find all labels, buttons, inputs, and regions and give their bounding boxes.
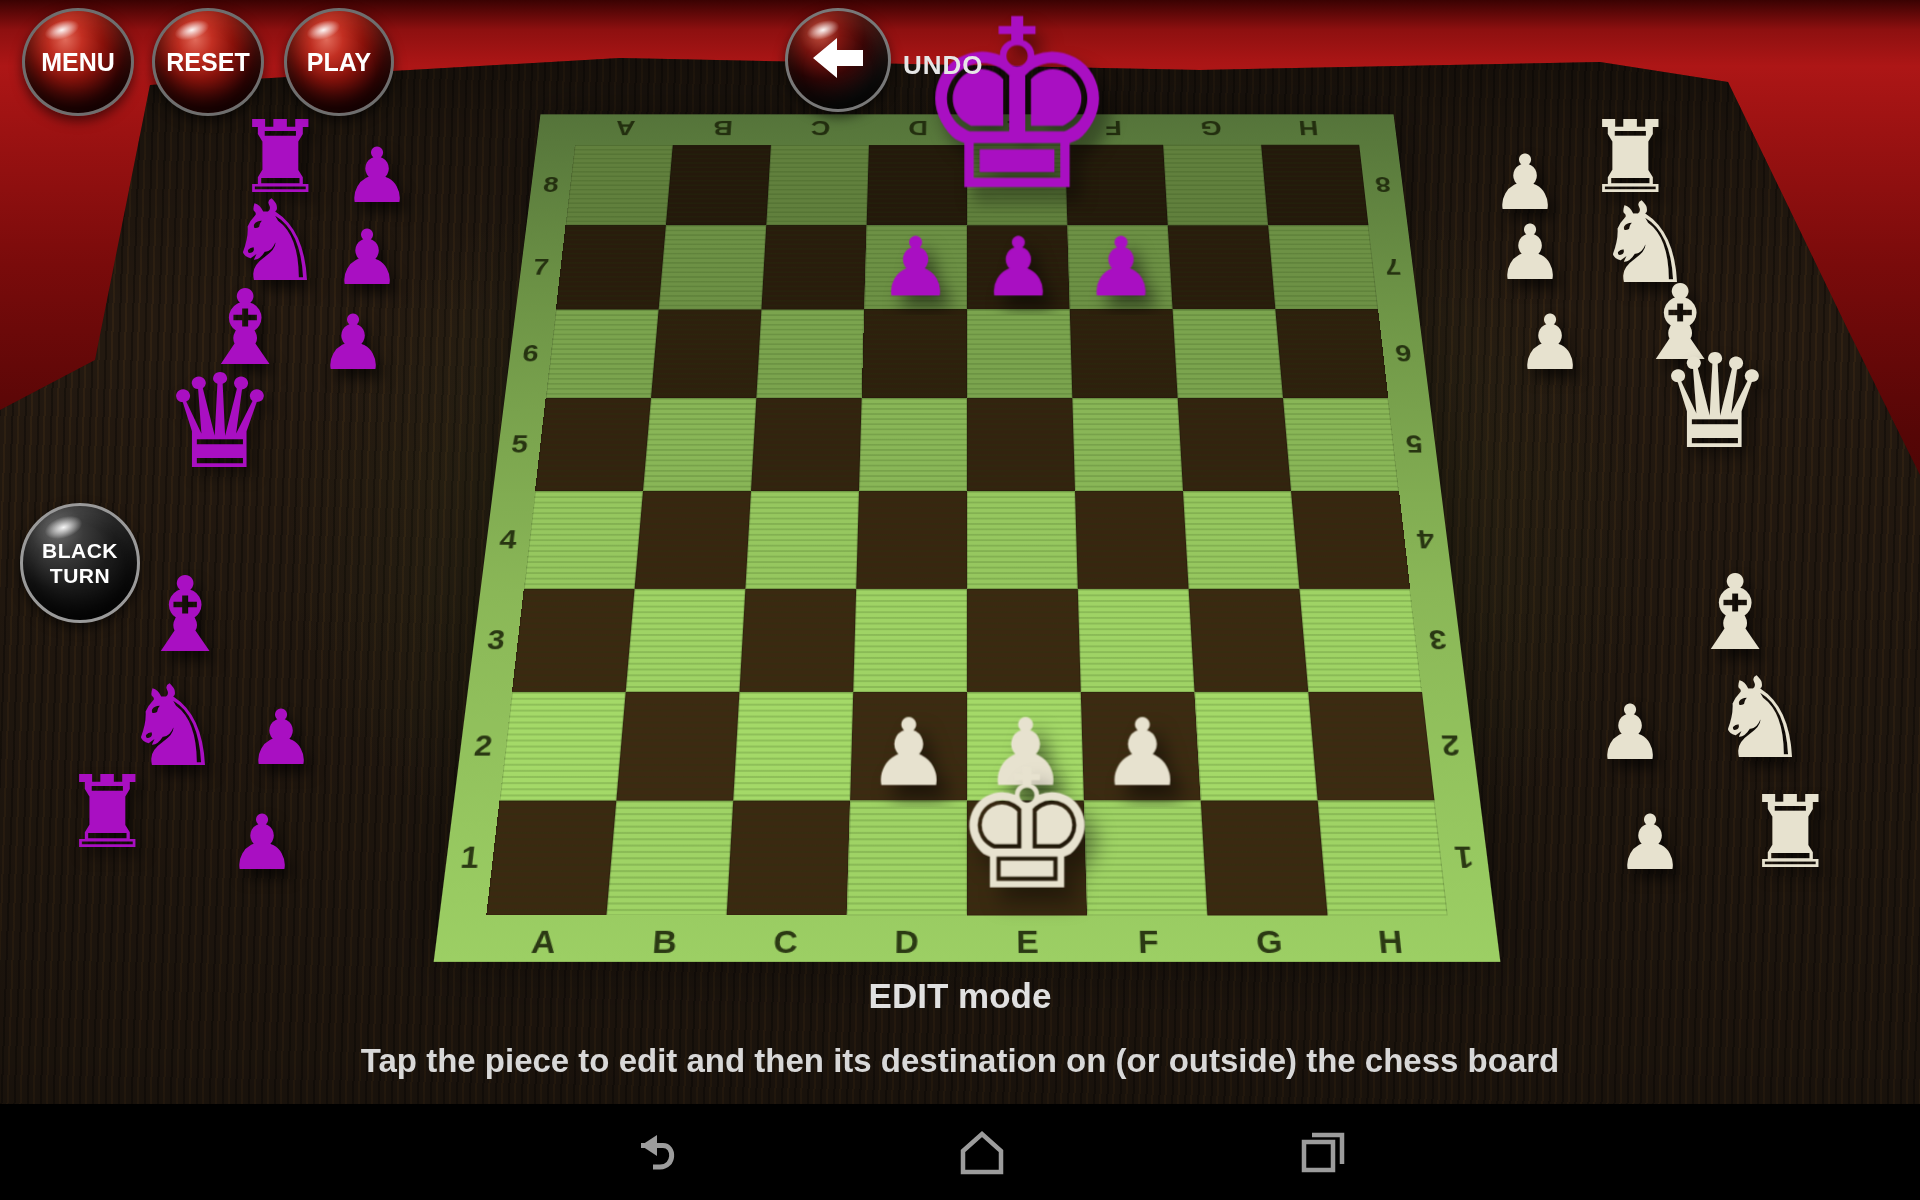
square-a3[interactable]: [512, 589, 635, 692]
square-b6[interactable]: [651, 309, 761, 398]
square-g6[interactable]: [1173, 309, 1283, 398]
file-label: H: [1259, 116, 1359, 141]
file-labels-bottom: ABCDEFGH: [481, 923, 1453, 961]
square-g5[interactable]: [1178, 398, 1291, 491]
square-e4[interactable]: [967, 491, 1078, 589]
square-h6[interactable]: [1275, 309, 1388, 398]
square-a6[interactable]: [546, 309, 659, 398]
square-b2[interactable]: [616, 692, 739, 801]
recents-button[interactable]: [1287, 1128, 1359, 1182]
square-h2[interactable]: [1308, 692, 1434, 801]
square-h1[interactable]: [1318, 801, 1448, 916]
square-c7[interactable]: [761, 225, 866, 309]
square-e8[interactable]: ♚: [967, 145, 1067, 225]
square-b7[interactable]: [659, 225, 767, 309]
square-f5[interactable]: [1072, 398, 1183, 491]
white-king-e1[interactable]: ♚: [953, 749, 1101, 914]
file-label: C: [724, 923, 847, 961]
square-c1[interactable]: [727, 801, 850, 916]
square-g7[interactable]: [1168, 225, 1276, 309]
square-f1[interactable]: [1084, 801, 1207, 916]
file-label: C: [771, 116, 870, 141]
turn-indicator-line1: BLACK: [42, 538, 118, 563]
square-b4[interactable]: [635, 491, 751, 589]
square-c2[interactable]: [733, 692, 853, 801]
board-grid: ♚♟♟♟♟♟♟♚: [486, 145, 1448, 916]
square-e7[interactable]: ♟: [967, 225, 1070, 309]
square-e1[interactable]: ♚: [967, 801, 1087, 916]
square-c4[interactable]: [745, 491, 859, 589]
back-button[interactable]: [619, 1128, 691, 1182]
menu-button-label: MENU: [41, 48, 115, 77]
edit-mode-instruction: Tap the piece to edit and then its desti…: [0, 1042, 1920, 1080]
rank-label: 6: [1380, 309, 1427, 398]
undo-button-label: UNDO: [903, 50, 984, 81]
play-button[interactable]: PLAY: [284, 8, 394, 116]
square-e5[interactable]: [967, 398, 1075, 491]
square-f4[interactable]: [1075, 491, 1189, 589]
home-icon: [955, 1128, 1009, 1182]
square-d1[interactable]: [847, 801, 967, 916]
recents-icon: [1298, 1130, 1348, 1180]
file-label: A: [575, 116, 675, 141]
square-d5[interactable]: [859, 398, 967, 491]
square-a2[interactable]: [499, 692, 625, 801]
square-g8[interactable]: [1163, 145, 1268, 225]
file-label: D: [846, 923, 967, 961]
board-scene: ♚♟♟♟♟♟♟♚ ABCDEFGH ABCDEFGH 87654321 8765…: [493, 17, 1441, 965]
white-pawn-d2[interactable]: ♟: [867, 706, 950, 799]
square-d4[interactable]: [856, 491, 967, 589]
square-a5[interactable]: [535, 398, 651, 491]
square-d3[interactable]: [853, 589, 967, 692]
file-label: A: [481, 923, 606, 961]
black-pawn-d7[interactable]: ♟: [879, 226, 952, 308]
play-button-label: PLAY: [307, 48, 371, 77]
file-label: E: [967, 923, 1088, 961]
square-c3[interactable]: [739, 589, 856, 692]
square-a8[interactable]: [566, 145, 673, 225]
square-b5[interactable]: [643, 398, 756, 491]
android-navbar: [0, 1104, 1920, 1200]
turn-indicator-line2: TURN: [50, 563, 110, 588]
square-d6[interactable]: [862, 309, 967, 398]
square-a1[interactable]: [486, 801, 616, 916]
square-e6[interactable]: [967, 309, 1072, 398]
square-b3[interactable]: [626, 589, 746, 692]
file-label: G: [1208, 923, 1332, 961]
file-label: B: [673, 116, 772, 141]
black-pawn-f7[interactable]: ♟: [1084, 226, 1157, 308]
rank-label: 5: [1390, 398, 1439, 491]
reset-button[interactable]: RESET: [152, 8, 264, 116]
reset-button-label: RESET: [166, 48, 249, 77]
chess-board: ♚♟♟♟♟♟♟♚ ABCDEFGH ABCDEFGH 87654321 8765…: [434, 114, 1501, 962]
square-c8[interactable]: [766, 145, 869, 225]
menu-button[interactable]: MENU: [22, 8, 134, 116]
app-screen: ♚♟♟♟♟♟♟♚ ABCDEFGH ABCDEFGH 87654321 8765…: [0, 0, 1920, 1200]
square-f6[interactable]: [1070, 309, 1178, 398]
square-h3[interactable]: [1299, 589, 1422, 692]
undo-button[interactable]: [785, 8, 891, 112]
square-g3[interactable]: [1189, 589, 1309, 692]
back-icon: [629, 1131, 681, 1179]
square-c6[interactable]: [756, 309, 864, 398]
square-d7[interactable]: ♟: [864, 225, 967, 309]
square-g1[interactable]: [1201, 801, 1328, 916]
rank-label: 7: [1370, 225, 1416, 309]
turn-indicator[interactable]: BLACK TURN: [20, 503, 140, 623]
square-c5[interactable]: [751, 398, 862, 491]
home-button[interactable]: [946, 1128, 1018, 1182]
file-label: F: [1087, 923, 1210, 961]
square-h5[interactable]: [1283, 398, 1399, 491]
square-g2[interactable]: [1195, 692, 1318, 801]
square-d2[interactable]: ♟: [850, 692, 967, 801]
square-b8[interactable]: [666, 145, 771, 225]
square-a7[interactable]: [556, 225, 666, 309]
square-h8[interactable]: [1261, 145, 1368, 225]
square-h4[interactable]: [1291, 491, 1410, 589]
square-a4[interactable]: [524, 491, 643, 589]
file-label: G: [1161, 116, 1260, 141]
file-label: H: [1328, 923, 1453, 961]
black-pawn-e7[interactable]: ♟: [982, 226, 1055, 308]
square-e3[interactable]: [967, 589, 1081, 692]
square-f7[interactable]: ♟: [1067, 225, 1172, 309]
square-h7[interactable]: [1268, 225, 1378, 309]
square-b1[interactable]: [606, 801, 733, 916]
file-label: B: [603, 923, 727, 961]
rank-label: 8: [1361, 145, 1406, 225]
undo-arrow-icon: [807, 34, 869, 86]
square-g4[interactable]: [1183, 491, 1299, 589]
square-f3[interactable]: [1078, 589, 1195, 692]
black-king-e8[interactable]: ♚: [912, 0, 1122, 224]
edit-mode-title: EDIT mode: [0, 976, 1920, 1016]
white-pawn-f2[interactable]: ♟: [1101, 706, 1184, 799]
